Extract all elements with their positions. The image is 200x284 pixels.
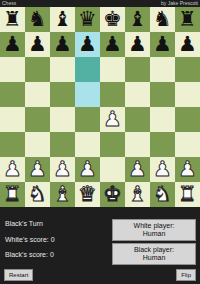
square-c4[interactable] (50, 107, 75, 132)
white-player-button[interactable]: White player: Human (112, 219, 196, 241)
piece-white-pawn: ♟ (103, 109, 122, 130)
piece-black-queen: ♛ (78, 9, 97, 30)
square-h7[interactable]: ♟ (175, 32, 200, 57)
square-g2[interactable]: ♟ (150, 157, 175, 182)
square-e5[interactable] (100, 82, 125, 107)
app-title: Chess (2, 0, 16, 7)
piece-white-pawn: ♟ (78, 159, 97, 180)
square-b2[interactable]: ♟ (25, 157, 50, 182)
piece-white-knight: ♞ (28, 184, 47, 205)
piece-white-pawn: ♟ (28, 159, 47, 180)
piece-black-pawn: ♟ (53, 34, 72, 55)
square-d3[interactable] (75, 132, 100, 157)
square-a2[interactable]: ♟ (0, 157, 25, 182)
square-f6[interactable] (125, 57, 150, 82)
piece-white-bishop: ♝ (128, 184, 147, 205)
chess-board: ♜♞♝♛♚♝♞♜♟♟♟♟♟♟♟♟♟♟♟♟♟♟♟♟♜♞♝♛♚♝♞♜ (0, 7, 200, 207)
piece-black-rook: ♜ (3, 9, 22, 30)
white-player-label: White player: (113, 222, 195, 230)
square-b3[interactable] (25, 132, 50, 157)
square-c5[interactable] (50, 82, 75, 107)
square-d1[interactable]: ♛ (75, 182, 100, 207)
square-c3[interactable] (50, 132, 75, 157)
white-player-value: Human (113, 230, 195, 238)
piece-white-bishop: ♝ (53, 184, 72, 205)
white-score-text: White's score: 0 (5, 236, 55, 243)
piece-white-knight: ♞ (153, 184, 172, 205)
piece-black-knight: ♞ (28, 9, 47, 30)
square-h3[interactable] (175, 132, 200, 157)
square-b8[interactable]: ♞ (25, 7, 50, 32)
piece-black-pawn: ♟ (178, 34, 197, 55)
square-f3[interactable] (125, 132, 150, 157)
square-d2[interactable]: ♟ (75, 157, 100, 182)
piece-white-pawn: ♟ (3, 159, 22, 180)
title-bar: Chess by Jake Prescott (0, 0, 200, 7)
square-a5[interactable] (0, 82, 25, 107)
square-g5[interactable] (150, 82, 175, 107)
piece-black-pawn: ♟ (78, 34, 97, 55)
square-d8[interactable]: ♛ (75, 7, 100, 32)
square-c2[interactable]: ♟ (50, 157, 75, 182)
square-c7[interactable]: ♟ (50, 32, 75, 57)
square-e6[interactable] (100, 57, 125, 82)
piece-white-king: ♚ (103, 184, 122, 205)
square-g6[interactable] (150, 57, 175, 82)
square-a7[interactable]: ♟ (0, 32, 25, 57)
turn-indicator: Black's Turn (5, 220, 43, 227)
square-b4[interactable] (25, 107, 50, 132)
black-player-value: Human (113, 254, 195, 262)
piece-black-knight: ♞ (153, 9, 172, 30)
square-g3[interactable] (150, 132, 175, 157)
piece-black-pawn: ♟ (3, 34, 22, 55)
square-d4[interactable] (75, 107, 100, 132)
square-g1[interactable]: ♞ (150, 182, 175, 207)
square-b5[interactable] (25, 82, 50, 107)
square-g8[interactable]: ♞ (150, 7, 175, 32)
square-e2[interactable] (100, 157, 125, 182)
square-a6[interactable] (0, 57, 25, 82)
square-d7[interactable]: ♟ (75, 32, 100, 57)
square-e1[interactable]: ♚ (100, 182, 125, 207)
square-h5[interactable] (175, 82, 200, 107)
square-c6[interactable] (50, 57, 75, 82)
piece-white-queen: ♛ (78, 184, 97, 205)
square-h6[interactable] (175, 57, 200, 82)
square-g4[interactable] (150, 107, 175, 132)
piece-white-pawn: ♟ (128, 159, 147, 180)
piece-white-pawn: ♟ (178, 159, 197, 180)
piece-black-pawn: ♟ (103, 34, 122, 55)
square-f2[interactable]: ♟ (125, 157, 150, 182)
square-f8[interactable]: ♝ (125, 7, 150, 32)
square-f5[interactable] (125, 82, 150, 107)
chess-app-window: Chess by Jake Prescott ♜♞♝♛♚♝♞♜♟♟♟♟♟♟♟♟♟… (0, 0, 200, 284)
square-e4[interactable]: ♟ (100, 107, 125, 132)
square-e3[interactable] (100, 132, 125, 157)
square-b7[interactable]: ♟ (25, 32, 50, 57)
player-buttons-group: White player: Human Black player: Human (112, 219, 196, 265)
flip-button[interactable]: Flip (176, 269, 196, 281)
piece-black-pawn: ♟ (128, 34, 147, 55)
piece-white-pawn: ♟ (153, 159, 172, 180)
square-a1[interactable]: ♜ (0, 182, 25, 207)
square-a8[interactable]: ♜ (0, 7, 25, 32)
piece-white-pawn: ♟ (53, 159, 72, 180)
black-player-button[interactable]: Black player: Human (112, 243, 196, 265)
square-h4[interactable] (175, 107, 200, 132)
black-score-text: Black's score: 0 (5, 251, 54, 258)
piece-black-bishop: ♝ (53, 9, 72, 30)
square-h2[interactable]: ♟ (175, 157, 200, 182)
piece-black-pawn: ♟ (153, 34, 172, 55)
square-f4[interactable] (125, 107, 150, 132)
restart-button[interactable]: Restart (4, 269, 33, 281)
square-a3[interactable] (0, 132, 25, 157)
square-d6[interactable] (75, 57, 100, 82)
square-b1[interactable]: ♞ (25, 182, 50, 207)
square-h8[interactable]: ♜ (175, 7, 200, 32)
square-b6[interactable] (25, 57, 50, 82)
black-player-label: Black player: (113, 246, 195, 254)
square-d5[interactable] (75, 82, 100, 107)
piece-black-pawn: ♟ (28, 34, 47, 55)
square-c8[interactable]: ♝ (50, 7, 75, 32)
piece-black-king: ♚ (103, 9, 122, 30)
piece-white-rook: ♜ (178, 184, 197, 205)
piece-black-bishop: ♝ (128, 9, 147, 30)
square-c1[interactable]: ♝ (50, 182, 75, 207)
square-f7[interactable]: ♟ (125, 32, 150, 57)
app-credit: by Jake Prescott (161, 0, 198, 7)
square-g7[interactable]: ♟ (150, 32, 175, 57)
square-e8[interactable]: ♚ (100, 7, 125, 32)
status-panel: Black's Turn White's score: 0 Black's sc… (0, 207, 200, 284)
square-a4[interactable] (0, 107, 25, 132)
piece-black-rook: ♜ (178, 9, 197, 30)
piece-white-rook: ♜ (3, 184, 22, 205)
square-f1[interactable]: ♝ (125, 182, 150, 207)
square-e7[interactable]: ♟ (100, 32, 125, 57)
square-h1[interactable]: ♜ (175, 182, 200, 207)
